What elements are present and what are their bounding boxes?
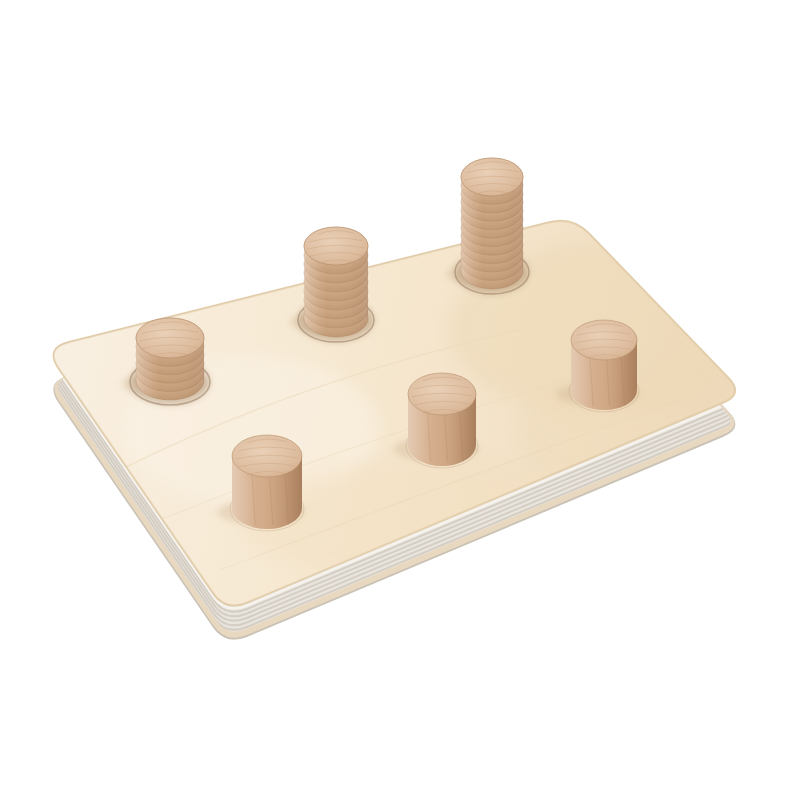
montessori-peg-board-photo (0, 0, 800, 800)
scene-svg (0, 0, 800, 800)
